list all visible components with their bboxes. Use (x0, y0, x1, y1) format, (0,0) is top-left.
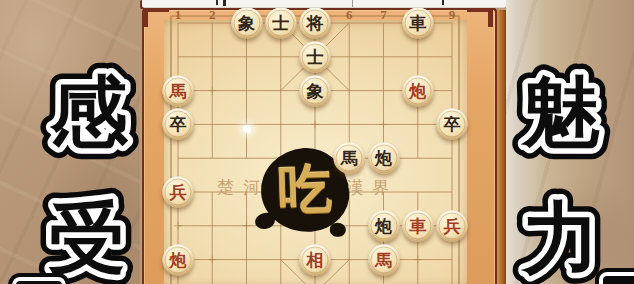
eat-stamp-character: 吃 (277, 162, 333, 218)
cropped-character-bottom-left (12, 277, 66, 284)
column-label-7: 7 (380, 7, 387, 23)
river-label-right: 漢界 (346, 176, 398, 199)
piece-black-卒[interactable]: 卒 (437, 109, 468, 140)
column-label-2: 2 (209, 7, 216, 23)
column-label-1: 1 (175, 7, 182, 23)
piece-black-卒[interactable]: 卒 (163, 109, 194, 140)
piece-red-相[interactable]: 相 (300, 244, 331, 275)
piece-red-炮[interactable]: 炮 (402, 75, 433, 106)
piece-black-士[interactable]: 士 (300, 41, 331, 72)
cropped-top-ui-bar (142, 0, 506, 8)
piece-black-士[interactable]: 士 (265, 8, 296, 39)
svg-text:感: 感 (49, 67, 129, 157)
top-bar-tick (352, 0, 353, 7)
column-label-9: 9 (449, 7, 456, 23)
svg-text:魅: 魅 (520, 67, 600, 157)
right-caption-text: 魅 魅 力 力 (506, 0, 634, 284)
top-bar-tick (223, 0, 226, 6)
piece-red-兵[interactable]: 兵 (163, 177, 194, 208)
piece-black-馬[interactable]: 馬 (334, 143, 365, 174)
move-indicator-dot (242, 125, 251, 134)
column-label-6: 6 (346, 7, 353, 23)
top-bar-tick (216, 0, 218, 5)
cropped-character-bottom-right (599, 272, 634, 284)
piece-red-車[interactable]: 車 (402, 210, 433, 241)
left-caption-text: 感 感 受 受 (0, 0, 140, 284)
piece-red-炮[interactable]: 炮 (163, 244, 194, 275)
piece-black-象[interactable]: 象 (231, 8, 262, 39)
piece-black-将[interactable]: 将 (300, 8, 331, 39)
piece-red-兵[interactable]: 兵 (437, 210, 468, 241)
piece-red-馬[interactable]: 馬 (368, 244, 399, 275)
piece-black-象[interactable]: 象 (300, 75, 331, 106)
screenshot-root: { "game": "xiangqi", "stamp_text": "吃", … (0, 0, 634, 284)
piece-black-炮[interactable]: 炮 (368, 210, 399, 241)
piece-red-馬[interactable]: 馬 (163, 75, 194, 106)
svg-text:力: 力 (520, 193, 600, 283)
piece-black-車[interactable]: 車 (402, 8, 433, 39)
frame-ornament-top-right (467, 7, 493, 27)
svg-text:受: 受 (48, 193, 126, 283)
piece-black-炮[interactable]: 炮 (368, 143, 399, 174)
xiangqi-board[interactable]: 123456789 楚河 漢界 吃 象士将車士馬象炮卒卒馬炮兵炮車兵炮相馬 (140, 0, 506, 284)
frame-ornament-top-left (143, 7, 169, 27)
top-bar-tick (442, 0, 444, 5)
